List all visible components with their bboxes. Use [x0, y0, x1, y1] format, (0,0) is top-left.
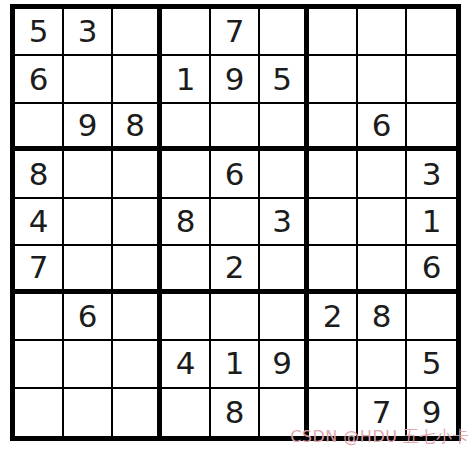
cell-r5c6: 3	[260, 199, 309, 246]
cell-r1c9	[407, 9, 456, 56]
cell-r4c8	[358, 151, 407, 198]
given-digit: 9	[78, 110, 98, 141]
cell-r2c1: 6	[15, 56, 64, 103]
cell-r5c5	[211, 199, 260, 246]
sudoku-board: 537619598686348317266284195879	[10, 4, 461, 441]
cell-r1c6	[260, 9, 309, 56]
cell-r3c9	[407, 104, 456, 151]
cell-r9c9: 9	[407, 389, 456, 436]
cell-r4c1: 8	[15, 151, 64, 198]
cell-r6c5: 2	[211, 246, 260, 293]
cell-r8c3	[113, 341, 162, 388]
cell-r8c8	[358, 341, 407, 388]
cell-r9c3	[113, 389, 162, 436]
cell-r8c1	[15, 341, 64, 388]
cell-r3c7	[309, 104, 358, 151]
cell-r7c4	[162, 294, 211, 341]
cell-r6c8	[358, 246, 407, 293]
cell-r8c6: 9	[260, 341, 309, 388]
given-digit: 8	[29, 159, 49, 190]
cell-r1c3	[113, 9, 162, 56]
given-digit: 9	[422, 397, 442, 428]
given-digit: 8	[372, 301, 392, 332]
cell-r4c2	[64, 151, 113, 198]
cell-r6c6	[260, 246, 309, 293]
given-digit: 2	[323, 301, 343, 332]
cell-r5c1: 4	[15, 199, 64, 246]
cell-r1c2: 3	[64, 9, 113, 56]
given-digit: 5	[272, 64, 292, 95]
cell-r7c8: 8	[358, 294, 407, 341]
cell-r7c2: 6	[64, 294, 113, 341]
cell-r6c4	[162, 246, 211, 293]
cell-r4c4	[162, 151, 211, 198]
given-digit: 6	[372, 110, 392, 141]
cell-r1c1: 5	[15, 9, 64, 56]
cell-r2c7	[309, 56, 358, 103]
given-digit: 6	[225, 159, 245, 190]
cell-r7c1	[15, 294, 64, 341]
given-digit: 6	[78, 301, 98, 332]
cell-r6c3	[113, 246, 162, 293]
cell-r1c5: 7	[211, 9, 260, 56]
cell-r7c6	[260, 294, 309, 341]
cell-r9c5: 8	[211, 389, 260, 436]
cell-r1c7	[309, 9, 358, 56]
given-digit: 3	[272, 206, 292, 237]
given-digit: 3	[78, 16, 98, 47]
given-digit: 2	[225, 252, 245, 283]
cell-r2c4: 1	[162, 56, 211, 103]
cell-r5c9: 1	[407, 199, 456, 246]
cell-r3c5	[211, 104, 260, 151]
given-digit: 1	[176, 64, 196, 95]
given-digit: 8	[225, 397, 245, 428]
cell-r8c4: 4	[162, 341, 211, 388]
given-digit: 7	[225, 16, 245, 47]
cell-r9c2	[64, 389, 113, 436]
given-digit: 1	[225, 348, 245, 379]
cell-r9c6	[260, 389, 309, 436]
cell-r7c7: 2	[309, 294, 358, 341]
cell-r4c5: 6	[211, 151, 260, 198]
cell-r3c4	[162, 104, 211, 151]
cell-r6c2	[64, 246, 113, 293]
cell-r8c5: 1	[211, 341, 260, 388]
cell-r9c4	[162, 389, 211, 436]
given-digit: 4	[29, 206, 49, 237]
cell-r5c4: 8	[162, 199, 211, 246]
cell-r4c9: 3	[407, 151, 456, 198]
given-digit: 5	[29, 16, 49, 47]
cell-r1c4	[162, 9, 211, 56]
cell-r3c6	[260, 104, 309, 151]
given-digit: 7	[29, 252, 49, 283]
cell-r3c1	[15, 104, 64, 151]
cell-r5c7	[309, 199, 358, 246]
given-digit: 3	[422, 159, 442, 190]
cell-r4c6	[260, 151, 309, 198]
cell-r6c7	[309, 246, 358, 293]
cell-r8c9: 5	[407, 341, 456, 388]
cell-r3c8: 6	[358, 104, 407, 151]
cell-r2c2	[64, 56, 113, 103]
cell-r8c7	[309, 341, 358, 388]
cell-r8c2	[64, 341, 113, 388]
cell-r7c3	[113, 294, 162, 341]
given-digit: 4	[176, 348, 196, 379]
cell-r5c2	[64, 199, 113, 246]
cell-r4c7	[309, 151, 358, 198]
sudoku-screenshot: 537619598686348317266284195879 CSDN @HDU…	[0, 0, 472, 453]
given-digit: 8	[125, 110, 145, 141]
given-digit: 9	[272, 348, 292, 379]
given-digit: 8	[176, 206, 196, 237]
cell-r4c3	[113, 151, 162, 198]
given-digit: 9	[225, 64, 245, 95]
cell-r3c2: 9	[64, 104, 113, 151]
given-digit: 5	[422, 348, 442, 379]
cell-r6c9: 6	[407, 246, 456, 293]
cell-r5c8	[358, 199, 407, 246]
cell-r5c3	[113, 199, 162, 246]
cell-r2c8	[358, 56, 407, 103]
cell-r9c8: 7	[358, 389, 407, 436]
given-digit: 6	[29, 64, 49, 95]
cell-r1c8	[358, 9, 407, 56]
given-digit: 7	[372, 397, 392, 428]
cell-r2c3	[113, 56, 162, 103]
given-digit: 1	[422, 206, 442, 237]
cell-r7c9	[407, 294, 456, 341]
cell-r3c3: 8	[113, 104, 162, 151]
cell-r2c5: 9	[211, 56, 260, 103]
cell-r2c9	[407, 56, 456, 103]
cell-r9c7	[309, 389, 358, 436]
given-digit: 6	[422, 252, 442, 283]
cell-r6c1: 7	[15, 246, 64, 293]
cell-r7c5	[211, 294, 260, 341]
cell-r9c1	[15, 389, 64, 436]
cell-r2c6: 5	[260, 56, 309, 103]
